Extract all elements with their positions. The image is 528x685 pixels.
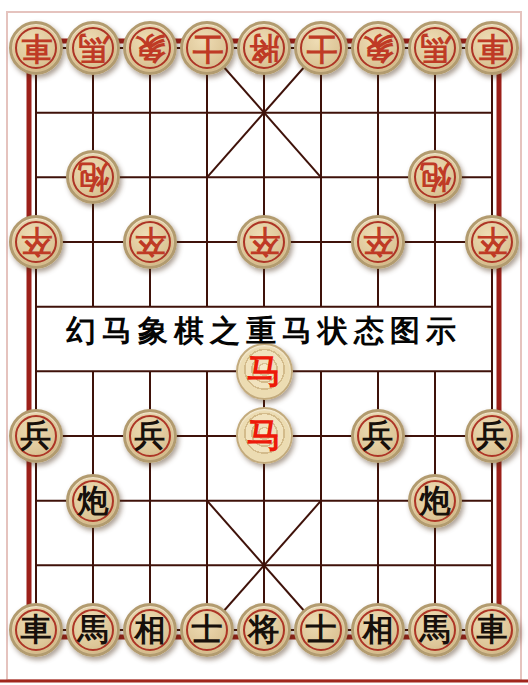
- board-point: 士: [293, 598, 350, 663]
- board-point: 士: [179, 16, 236, 81]
- board-point: 象: [122, 16, 179, 81]
- board-point: 象: [350, 16, 407, 81]
- board-point: 馬: [65, 598, 122, 663]
- piece-black-elephant[interactable]: 象: [351, 21, 405, 75]
- board-point: 馬: [407, 598, 464, 663]
- piece-glyph: 馬: [420, 33, 451, 64]
- piece-glyph: 卒: [249, 226, 280, 257]
- piece-glyph: 炮: [420, 485, 451, 516]
- board-point: 車: [8, 16, 65, 81]
- board-point: 車: [464, 598, 521, 663]
- board-point: 車: [8, 598, 65, 663]
- piece-red-horse[interactable]: 馬: [66, 603, 120, 657]
- board-point: 相: [122, 598, 179, 663]
- piece-glyph: 炮: [420, 162, 451, 193]
- piece-red-cannon[interactable]: 炮: [66, 474, 120, 528]
- piece-black-cannon[interactable]: 炮: [66, 150, 120, 204]
- piece-red-horse[interactable]: 馬: [408, 603, 462, 657]
- piece-glyph: 將: [249, 33, 280, 64]
- piece-glyph: 将: [249, 614, 280, 645]
- piece-glyph: 士: [192, 33, 223, 64]
- board-point: 卒: [236, 210, 293, 275]
- piece-black-advisor[interactable]: 士: [294, 21, 348, 75]
- board-point: 馬: [407, 16, 464, 81]
- board-point: 炮: [65, 145, 122, 210]
- board-point: 將: [236, 16, 293, 81]
- piece-glyph: 車: [21, 33, 52, 64]
- xiangqi-diagram: 車馬象士將士象馬車炮炮卒卒卒卒卒马马兵兵兵兵炮炮車馬相士将士相馬車 幻马象棋之重…: [0, 0, 528, 685]
- board-point: 馬: [65, 16, 122, 81]
- board-point: 卒: [122, 210, 179, 275]
- piece-glyph: 象: [135, 33, 166, 64]
- piece-red-chariot[interactable]: 車: [9, 603, 63, 657]
- piece-red-elephant[interactable]: 相: [351, 603, 405, 657]
- piece-glyph: 馬: [78, 614, 109, 645]
- piece-black-cannon[interactable]: 炮: [408, 150, 462, 204]
- piece-glyph: 卒: [477, 226, 508, 257]
- piece-glyph: 卒: [135, 226, 166, 257]
- piece-red-advisor[interactable]: 士: [180, 603, 234, 657]
- piece-glyph: 兵: [21, 420, 52, 451]
- piece-black-elephant[interactable]: 象: [123, 21, 177, 75]
- board-point: 車: [464, 16, 521, 81]
- piece-red-soldier[interactable]: 兵: [9, 409, 63, 463]
- board-point: 兵: [350, 404, 407, 469]
- board-point: 兵: [8, 404, 65, 469]
- board-point: 兵: [122, 404, 179, 469]
- piece-glyph: 兵: [363, 420, 394, 451]
- river-title: 幻马象棋之重马状态图示: [0, 311, 528, 352]
- piece-glyph: 士: [192, 614, 223, 645]
- board-point: 卒: [8, 210, 65, 275]
- piece-glyph: 士: [306, 614, 337, 645]
- piece-black-advisor[interactable]: 士: [180, 21, 234, 75]
- piece-black-soldier[interactable]: 卒: [237, 215, 291, 269]
- board-point: 将: [236, 598, 293, 663]
- piece-phantom-horse[interactable]: 马: [236, 407, 293, 464]
- piece-glyph: 马: [247, 418, 282, 453]
- piece-black-chariot[interactable]: 車: [465, 21, 519, 75]
- piece-red-soldier[interactable]: 兵: [123, 409, 177, 463]
- piece-glyph: 相: [363, 614, 394, 645]
- piece-glyph: 車: [477, 33, 508, 64]
- board-point: 士: [179, 598, 236, 663]
- board-point: 士: [293, 16, 350, 81]
- piece-red-soldier[interactable]: 兵: [465, 409, 519, 463]
- board-point: 相: [350, 598, 407, 663]
- piece-red-general[interactable]: 将: [237, 603, 291, 657]
- piece-red-chariot[interactable]: 車: [465, 603, 519, 657]
- piece-red-elephant[interactable]: 相: [123, 603, 177, 657]
- board-point: 马: [236, 404, 293, 469]
- board-point: 炮: [407, 145, 464, 210]
- piece-glyph: 象: [363, 33, 394, 64]
- piece-black-soldier[interactable]: 卒: [9, 215, 63, 269]
- board-point: 炮: [407, 468, 464, 533]
- piece-glyph: 車: [21, 614, 52, 645]
- piece-glyph: 兵: [135, 420, 166, 451]
- piece-black-soldier[interactable]: 卒: [351, 215, 405, 269]
- board-point: 兵: [464, 404, 521, 469]
- piece-glyph: 卒: [363, 226, 394, 257]
- piece-glyph: 炮: [78, 485, 109, 516]
- piece-black-soldier[interactable]: 卒: [123, 215, 177, 269]
- piece-glyph: 士: [306, 33, 337, 64]
- piece-glyph: 马: [247, 354, 282, 389]
- piece-black-chariot[interactable]: 車: [9, 21, 63, 75]
- piece-glyph: 馬: [78, 33, 109, 64]
- piece-black-horse[interactable]: 馬: [66, 21, 120, 75]
- piece-red-soldier[interactable]: 兵: [351, 409, 405, 463]
- board-point: 卒: [464, 210, 521, 275]
- piece-glyph: 卒: [21, 226, 52, 257]
- piece-glyph: 車: [477, 614, 508, 645]
- piece-red-advisor[interactable]: 士: [294, 603, 348, 657]
- piece-glyph: 炮: [78, 162, 109, 193]
- board-point: 卒: [350, 210, 407, 275]
- piece-red-cannon[interactable]: 炮: [408, 474, 462, 528]
- board-point: 炮: [65, 468, 122, 533]
- piece-glyph: 相: [135, 614, 166, 645]
- piece-glyph: 馬: [420, 614, 451, 645]
- piece-glyph: 兵: [477, 420, 508, 451]
- piece-black-general[interactable]: 將: [237, 21, 291, 75]
- piece-black-soldier[interactable]: 卒: [465, 215, 519, 269]
- piece-black-horse[interactable]: 馬: [408, 21, 462, 75]
